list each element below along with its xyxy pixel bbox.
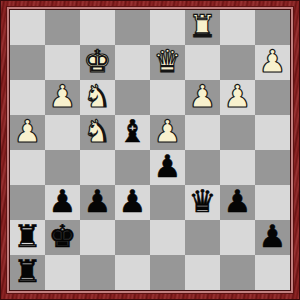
square-f3[interactable]: ♛ — [185, 185, 220, 220]
square-d1[interactable] — [115, 255, 150, 290]
square-f7[interactable] — [185, 45, 220, 80]
square-e6[interactable] — [150, 80, 185, 115]
square-f5[interactable] — [185, 115, 220, 150]
square-c2[interactable] — [80, 220, 115, 255]
white-pawn[interactable]: ♟ — [259, 44, 287, 79]
square-b5[interactable] — [45, 115, 80, 150]
square-f4[interactable] — [185, 150, 220, 185]
black-pawn[interactable]: ♟ — [119, 184, 147, 219]
square-h6[interactable] — [255, 80, 290, 115]
square-c6[interactable]: ♞ — [80, 80, 115, 115]
square-d5[interactable]: ♝ — [115, 115, 150, 150]
square-b3[interactable]: ♟ — [45, 185, 80, 220]
square-e5[interactable]: ♟ — [150, 115, 185, 150]
square-h7[interactable]: ♟ — [255, 45, 290, 80]
square-b2[interactable]: ♚ — [45, 220, 80, 255]
square-d3[interactable]: ♟ — [115, 185, 150, 220]
square-e2[interactable] — [150, 220, 185, 255]
square-c3[interactable]: ♟ — [80, 185, 115, 220]
black-king[interactable]: ♚ — [49, 219, 77, 254]
square-h2[interactable]: ♟ — [255, 220, 290, 255]
square-g2[interactable] — [220, 220, 255, 255]
square-d6[interactable] — [115, 80, 150, 115]
white-rook[interactable]: ♜ — [189, 9, 217, 44]
square-h8[interactable] — [255, 10, 290, 45]
square-h4[interactable] — [255, 150, 290, 185]
square-d8[interactable] — [115, 10, 150, 45]
square-d7[interactable] — [115, 45, 150, 80]
square-g6[interactable]: ♟ — [220, 80, 255, 115]
square-a6[interactable] — [10, 80, 45, 115]
square-d2[interactable] — [115, 220, 150, 255]
black-pawn[interactable]: ♟ — [154, 149, 182, 184]
white-queen[interactable]: ♛ — [154, 44, 182, 79]
square-h5[interactable] — [255, 115, 290, 150]
square-b6[interactable]: ♟ — [45, 80, 80, 115]
square-c7[interactable]: ♚ — [80, 45, 115, 80]
square-g1[interactable] — [220, 255, 255, 290]
white-pawn[interactable]: ♟ — [154, 114, 182, 149]
square-c1[interactable] — [80, 255, 115, 290]
chess-board: ♜♚♛♟♟♞♟♟♟♞♝♟♟♟♟♟♛♟♜♚♟♜ — [10, 10, 290, 290]
square-c8[interactable] — [80, 10, 115, 45]
square-a8[interactable] — [10, 10, 45, 45]
square-g5[interactable] — [220, 115, 255, 150]
white-knight[interactable]: ♞ — [84, 114, 112, 149]
square-f8[interactable]: ♜ — [185, 10, 220, 45]
square-a5[interactable]: ♟ — [10, 115, 45, 150]
square-g8[interactable] — [220, 10, 255, 45]
square-a4[interactable] — [10, 150, 45, 185]
black-rook[interactable]: ♜ — [14, 219, 42, 254]
square-b8[interactable] — [45, 10, 80, 45]
square-e4[interactable]: ♟ — [150, 150, 185, 185]
white-pawn[interactable]: ♟ — [49, 79, 77, 114]
white-pawn[interactable]: ♟ — [189, 79, 217, 114]
square-a2[interactable]: ♜ — [10, 220, 45, 255]
black-rook[interactable]: ♜ — [14, 254, 42, 289]
square-a1[interactable]: ♜ — [10, 255, 45, 290]
black-queen[interactable]: ♛ — [189, 184, 217, 219]
white-king[interactable]: ♚ — [84, 44, 112, 79]
black-pawn[interactable]: ♟ — [49, 184, 77, 219]
square-d4[interactable] — [115, 150, 150, 185]
square-h3[interactable] — [255, 185, 290, 220]
square-a7[interactable] — [10, 45, 45, 80]
square-f2[interactable] — [185, 220, 220, 255]
white-pawn[interactable]: ♟ — [14, 114, 42, 149]
square-c4[interactable] — [80, 150, 115, 185]
board-frame: ♜♚♛♟♟♞♟♟♟♞♝♟♟♟♟♟♛♟♜♚♟♜ — [0, 0, 300, 300]
square-b7[interactable] — [45, 45, 80, 80]
white-pawn[interactable]: ♟ — [224, 79, 252, 114]
black-pawn[interactable]: ♟ — [224, 184, 252, 219]
square-e7[interactable]: ♛ — [150, 45, 185, 80]
white-knight[interactable]: ♞ — [84, 79, 112, 114]
black-pawn[interactable]: ♟ — [84, 184, 112, 219]
square-e1[interactable] — [150, 255, 185, 290]
square-g3[interactable]: ♟ — [220, 185, 255, 220]
square-b4[interactable] — [45, 150, 80, 185]
square-e3[interactable] — [150, 185, 185, 220]
square-a3[interactable] — [10, 185, 45, 220]
square-g4[interactable] — [220, 150, 255, 185]
square-b1[interactable] — [45, 255, 80, 290]
square-g7[interactable] — [220, 45, 255, 80]
square-f1[interactable] — [185, 255, 220, 290]
square-f6[interactable]: ♟ — [185, 80, 220, 115]
square-h1[interactable] — [255, 255, 290, 290]
black-pawn[interactable]: ♟ — [259, 219, 287, 254]
black-bishop[interactable]: ♝ — [119, 114, 147, 149]
square-e8[interactable] — [150, 10, 185, 45]
square-c5[interactable]: ♞ — [80, 115, 115, 150]
